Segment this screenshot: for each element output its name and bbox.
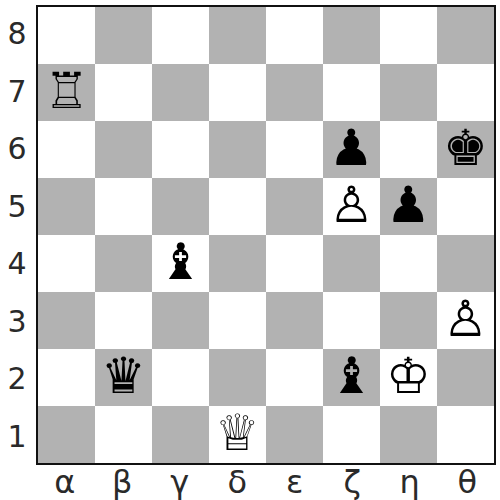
square-θ8[interactable] <box>437 7 494 64</box>
square-β6[interactable] <box>95 121 152 178</box>
square-α1[interactable] <box>38 406 95 463</box>
piece-black-bishop: ♝ <box>329 351 374 401</box>
square-γ6[interactable] <box>152 121 209 178</box>
piece-black-bishop: ♝ <box>158 237 203 287</box>
square-η6[interactable] <box>380 121 437 178</box>
piece-white-queen: ♕ <box>215 408 260 458</box>
square-ε7[interactable] <box>266 64 323 121</box>
file-label-γ: γ <box>151 465 209 499</box>
square-α4[interactable] <box>38 235 95 292</box>
square-γ5[interactable] <box>152 178 209 235</box>
piece-black-pawn: ♟ <box>386 180 431 230</box>
square-γ3[interactable] <box>152 292 209 349</box>
square-ε6[interactable] <box>266 121 323 178</box>
rank-label-3: 3 <box>0 293 34 351</box>
square-γ2[interactable] <box>152 349 209 406</box>
square-ε3[interactable] <box>266 292 323 349</box>
square-η3[interactable] <box>380 292 437 349</box>
square-ζ5[interactable]: ♙ <box>323 178 380 235</box>
square-θ5[interactable] <box>437 178 494 235</box>
rank-label-7: 7 <box>0 63 34 121</box>
square-β2[interactable]: ♛ <box>95 349 152 406</box>
square-ζ3[interactable] <box>323 292 380 349</box>
square-δ4[interactable] <box>209 235 266 292</box>
square-α5[interactable] <box>38 178 95 235</box>
square-ε5[interactable] <box>266 178 323 235</box>
piece-white-rook: ♖ <box>44 66 89 116</box>
square-ε4[interactable] <box>266 235 323 292</box>
square-ε2[interactable] <box>266 349 323 406</box>
rank-label-6: 6 <box>0 120 34 178</box>
square-δ8[interactable] <box>209 7 266 64</box>
square-δ1[interactable]: ♕ <box>209 406 266 463</box>
piece-black-queen: ♛ <box>101 351 146 401</box>
square-η5[interactable]: ♟ <box>380 178 437 235</box>
square-δ6[interactable] <box>209 121 266 178</box>
file-label-β: β <box>94 465 152 499</box>
file-label-δ: δ <box>209 465 267 499</box>
square-ζ4[interactable] <box>323 235 380 292</box>
square-δ2[interactable] <box>209 349 266 406</box>
piece-black-king: ♚ <box>443 123 488 173</box>
square-η1[interactable] <box>380 406 437 463</box>
piece-white-pawn: ♙ <box>329 180 374 230</box>
square-δ7[interactable] <box>209 64 266 121</box>
rank-label-5: 5 <box>0 178 34 236</box>
chess-board: ♖♟♚♙♟♝♙♛♝♔♕ <box>36 5 496 465</box>
piece-white-pawn: ♙ <box>443 294 488 344</box>
square-ζ6[interactable]: ♟ <box>323 121 380 178</box>
square-α7[interactable]: ♖ <box>38 64 95 121</box>
square-η7[interactable] <box>380 64 437 121</box>
square-ζ2[interactable]: ♝ <box>323 349 380 406</box>
square-β3[interactable] <box>95 292 152 349</box>
square-γ7[interactable] <box>152 64 209 121</box>
square-ε1[interactable] <box>266 406 323 463</box>
square-α8[interactable] <box>38 7 95 64</box>
rank-label-2: 2 <box>0 350 34 408</box>
chess-diagram: 87654321 ♖♟♚♙♟♝♙♛♝♔♕ αβγδεζηθ <box>0 0 500 500</box>
rank-label-4: 4 <box>0 235 34 293</box>
square-θ1[interactable] <box>437 406 494 463</box>
square-α2[interactable] <box>38 349 95 406</box>
square-θ6[interactable]: ♚ <box>437 121 494 178</box>
square-γ8[interactable] <box>152 7 209 64</box>
piece-white-king: ♔ <box>386 351 431 401</box>
file-label-η: η <box>381 465 439 499</box>
file-labels: αβγδεζηθ <box>36 465 496 499</box>
file-label-ε: ε <box>266 465 324 499</box>
square-θ2[interactable] <box>437 349 494 406</box>
square-ζ8[interactable] <box>323 7 380 64</box>
square-ζ1[interactable] <box>323 406 380 463</box>
square-η8[interactable] <box>380 7 437 64</box>
square-γ4[interactable]: ♝ <box>152 235 209 292</box>
square-η2[interactable]: ♔ <box>380 349 437 406</box>
square-β1[interactable] <box>95 406 152 463</box>
square-γ1[interactable] <box>152 406 209 463</box>
rank-label-8: 8 <box>0 5 34 63</box>
square-θ3[interactable]: ♙ <box>437 292 494 349</box>
file-label-θ: θ <box>439 465 497 499</box>
square-θ7[interactable] <box>437 64 494 121</box>
file-label-α: α <box>36 465 94 499</box>
rank-labels: 87654321 <box>0 5 34 465</box>
square-β7[interactable] <box>95 64 152 121</box>
square-δ5[interactable] <box>209 178 266 235</box>
square-β5[interactable] <box>95 178 152 235</box>
square-η4[interactable] <box>380 235 437 292</box>
square-ε8[interactable] <box>266 7 323 64</box>
square-ζ7[interactable] <box>323 64 380 121</box>
square-δ3[interactable] <box>209 292 266 349</box>
square-α3[interactable] <box>38 292 95 349</box>
square-α6[interactable] <box>38 121 95 178</box>
square-θ4[interactable] <box>437 235 494 292</box>
file-label-ζ: ζ <box>324 465 382 499</box>
piece-black-pawn: ♟ <box>329 123 374 173</box>
rank-label-1: 1 <box>0 408 34 466</box>
square-β4[interactable] <box>95 235 152 292</box>
square-β8[interactable] <box>95 7 152 64</box>
